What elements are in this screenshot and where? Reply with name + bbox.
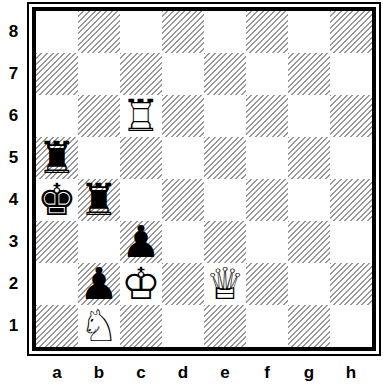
rank-label-1: 1	[0, 305, 27, 347]
square-a3[interactable]	[36, 221, 78, 263]
square-g4[interactable]	[288, 179, 330, 221]
square-h7[interactable]	[330, 53, 372, 95]
black-rook: ♜	[37, 137, 76, 179]
black-pawn: ♟	[79, 263, 118, 305]
square-e7[interactable]	[204, 53, 246, 95]
square-d6[interactable]	[162, 95, 204, 137]
white-knight: ♘	[79, 305, 118, 347]
square-c3[interactable]: ♟	[120, 221, 162, 263]
square-g6[interactable]	[288, 95, 330, 137]
square-f5[interactable]	[246, 137, 288, 179]
square-h2[interactable]	[330, 263, 372, 305]
square-b4[interactable]: ♜	[78, 179, 120, 221]
black-rook: ♜	[79, 179, 118, 221]
square-a8[interactable]	[36, 11, 78, 53]
board-frame: ♖♜♚♜♟♟♔♕♘	[27, 2, 381, 356]
square-a2[interactable]	[36, 263, 78, 305]
square-b5[interactable]	[78, 137, 120, 179]
square-f2[interactable]	[246, 263, 288, 305]
square-a1[interactable]	[36, 305, 78, 347]
file-label-c: c	[120, 360, 162, 386]
square-h1[interactable]	[330, 305, 372, 347]
square-f1[interactable]	[246, 305, 288, 347]
square-c1[interactable]	[120, 305, 162, 347]
square-e1[interactable]	[204, 305, 246, 347]
square-b2[interactable]: ♟	[78, 263, 120, 305]
square-d1[interactable]	[162, 305, 204, 347]
square-g8[interactable]	[288, 11, 330, 53]
rank-label-8: 8	[0, 11, 27, 53]
square-g7[interactable]	[288, 53, 330, 95]
square-a7[interactable]	[36, 53, 78, 95]
square-e5[interactable]	[204, 137, 246, 179]
rank-labels: 87654321	[0, 11, 27, 347]
square-f3[interactable]	[246, 221, 288, 263]
file-label-f: f	[246, 360, 288, 386]
square-d5[interactable]	[162, 137, 204, 179]
square-g2[interactable]	[288, 263, 330, 305]
square-d2[interactable]	[162, 263, 204, 305]
square-c2[interactable]: ♔	[120, 263, 162, 305]
square-e4[interactable]	[204, 179, 246, 221]
square-a4[interactable]: ♚	[36, 179, 78, 221]
square-e2[interactable]: ♕	[204, 263, 246, 305]
file-label-e: e	[204, 360, 246, 386]
square-d8[interactable]	[162, 11, 204, 53]
square-g1[interactable]	[288, 305, 330, 347]
square-d4[interactable]	[162, 179, 204, 221]
file-label-d: d	[162, 360, 204, 386]
square-d3[interactable]	[162, 221, 204, 263]
square-f4[interactable]	[246, 179, 288, 221]
square-c6[interactable]: ♖	[120, 95, 162, 137]
square-c7[interactable]	[120, 53, 162, 95]
rank-label-4: 4	[0, 179, 27, 221]
file-labels: abcdefgh	[36, 360, 372, 386]
chess-diagram: 87654321 ♖♜♚♜♟♟♔♕♘ abcdefgh	[0, 0, 383, 388]
square-f6[interactable]	[246, 95, 288, 137]
square-h3[interactable]	[330, 221, 372, 263]
square-b3[interactable]	[78, 221, 120, 263]
black-pawn: ♟	[121, 221, 160, 263]
rank-label-7: 7	[0, 53, 27, 95]
square-c5[interactable]	[120, 137, 162, 179]
square-d7[interactable]	[162, 53, 204, 95]
file-label-g: g	[288, 360, 330, 386]
square-e3[interactable]	[204, 221, 246, 263]
rank-label-2: 2	[0, 263, 27, 305]
file-label-h: h	[330, 360, 372, 386]
square-b6[interactable]	[78, 95, 120, 137]
chess-board: ♖♜♚♜♟♟♔♕♘	[36, 11, 372, 347]
white-queen: ♕	[205, 263, 244, 305]
white-rook: ♖	[121, 95, 160, 137]
square-b7[interactable]	[78, 53, 120, 95]
square-h4[interactable]	[330, 179, 372, 221]
square-h6[interactable]	[330, 95, 372, 137]
file-label-b: b	[78, 360, 120, 386]
square-c8[interactable]	[120, 11, 162, 53]
square-h8[interactable]	[330, 11, 372, 53]
square-h5[interactable]	[330, 137, 372, 179]
square-b1[interactable]: ♘	[78, 305, 120, 347]
rank-label-6: 6	[0, 95, 27, 137]
square-g3[interactable]	[288, 221, 330, 263]
square-b8[interactable]	[78, 11, 120, 53]
square-e6[interactable]	[204, 95, 246, 137]
square-g5[interactable]	[288, 137, 330, 179]
square-f7[interactable]	[246, 53, 288, 95]
file-label-a: a	[36, 360, 78, 386]
square-a6[interactable]	[36, 95, 78, 137]
square-c4[interactable]	[120, 179, 162, 221]
rank-label-3: 3	[0, 221, 27, 263]
white-king: ♔	[121, 263, 160, 305]
black-king: ♚	[37, 179, 76, 221]
square-e8[interactable]	[204, 11, 246, 53]
square-a5[interactable]: ♜	[36, 137, 78, 179]
board-border: ♖♜♚♜♟♟♔♕♘	[32, 7, 376, 351]
rank-label-5: 5	[0, 137, 27, 179]
square-f8[interactable]	[246, 11, 288, 53]
